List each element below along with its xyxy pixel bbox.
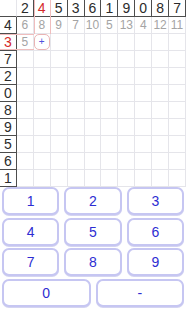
answer-cell[interactable] (34, 51, 51, 68)
answer-cell[interactable] (101, 51, 118, 68)
keypad-button-minus[interactable]: - (96, 279, 185, 307)
col-header-cell: 3 (68, 0, 85, 17)
answer-cell[interactable] (169, 51, 186, 68)
answer-cell[interactable] (51, 136, 68, 153)
keypad-button-3[interactable]: 3 (127, 187, 184, 215)
answer-cell[interactable]: 12 (152, 17, 169, 34)
answer-cell[interactable] (34, 85, 51, 102)
row-header-cell: 9 (0, 119, 17, 136)
col-header-cell: 2 (17, 0, 34, 17)
answer-cell[interactable] (68, 170, 85, 187)
col-header-cell: 0 (135, 0, 152, 17)
answer-cell[interactable] (85, 68, 102, 85)
answer-cell[interactable] (152, 153, 169, 170)
answer-cell[interactable] (118, 136, 135, 153)
row-header-cell: 2 (0, 68, 17, 85)
answer-cell[interactable] (17, 102, 34, 119)
keypad-button-1[interactable]: 1 (2, 187, 59, 215)
answer-cell[interactable] (101, 102, 118, 119)
keypad-button-4[interactable]: 4 (2, 218, 59, 246)
keypad-button-8[interactable]: 8 (64, 248, 121, 276)
keypad-button-2[interactable]: 2 (64, 187, 121, 215)
answer-cell[interactable] (68, 153, 85, 170)
answer-cell[interactable] (85, 170, 102, 187)
answer-cell[interactable] (118, 119, 135, 136)
answer-cell[interactable] (51, 170, 68, 187)
answer-cell[interactable] (101, 85, 118, 102)
answer-cell[interactable] (85, 153, 102, 170)
answer-cell[interactable] (152, 68, 169, 85)
answer-cell[interactable] (135, 34, 152, 51)
row-header-cell: 7 (0, 51, 17, 68)
answer-cell[interactable] (17, 153, 34, 170)
answer-cell[interactable] (85, 34, 102, 51)
answer-cell[interactable] (135, 136, 152, 153)
answer-cell[interactable]: 10 (85, 17, 102, 34)
row-header-cell: 6 (0, 153, 17, 170)
answer-cell[interactable] (34, 102, 51, 119)
answer-cell[interactable] (34, 170, 51, 187)
answer-cell[interactable] (51, 153, 68, 170)
answer-cell[interactable] (101, 170, 118, 187)
keypad-button-0[interactable]: 0 (2, 279, 91, 307)
row-header-cell: 3 (0, 34, 17, 51)
answer-cell[interactable] (169, 136, 186, 153)
number-keypad: 1234567890- (2, 187, 184, 307)
answer-cell[interactable] (169, 102, 186, 119)
answer-cell[interactable] (34, 153, 51, 170)
active-cell[interactable]: + (34, 34, 51, 51)
answer-cell[interactable]: 6 (17, 17, 34, 34)
row-header-cell: 4 (0, 17, 17, 34)
answer-cell[interactable]: 8 (34, 17, 51, 34)
keypad-row: 789 (2, 248, 184, 276)
answer-cell[interactable] (135, 102, 152, 119)
input-cursor-plus-icon: + (39, 37, 45, 47)
col-header-cell: 8 (152, 0, 169, 17)
col-header-cell: 9 (118, 0, 135, 17)
answer-cell[interactable] (17, 85, 34, 102)
answer-cell[interactable] (101, 153, 118, 170)
answer-cell[interactable] (34, 68, 51, 85)
keypad-button-6[interactable]: 6 (127, 218, 184, 246)
answer-cell[interactable] (169, 153, 186, 170)
answer-cell[interactable] (68, 34, 85, 51)
col-header-cell: 5 (51, 0, 68, 17)
answer-cell[interactable] (169, 85, 186, 102)
answer-cell[interactable] (68, 68, 85, 85)
corner-cell (0, 0, 17, 17)
answer-cell[interactable] (169, 170, 186, 187)
answer-cell[interactable] (152, 85, 169, 102)
answer-cell[interactable] (152, 51, 169, 68)
answer-cell[interactable] (135, 170, 152, 187)
answer-cell[interactable] (169, 34, 186, 51)
answer-cell[interactable]: 5 (17, 34, 34, 51)
answer-cell[interactable] (34, 136, 51, 153)
answer-cell[interactable] (135, 119, 152, 136)
answer-cell[interactable]: 9 (51, 17, 68, 34)
answer-cell[interactable] (85, 119, 102, 136)
answer-cell[interactable] (152, 119, 169, 136)
answer-cell[interactable] (135, 68, 152, 85)
keypad-button-7[interactable]: 7 (2, 248, 59, 276)
answer-cell[interactable] (101, 119, 118, 136)
keypad-row: 0- (2, 279, 184, 307)
answer-cell[interactable] (85, 85, 102, 102)
addition-grid: 245361908746897105134121135+72089561 (0, 0, 186, 185)
answer-cell[interactable] (152, 34, 169, 51)
keypad-button-5[interactable]: 5 (64, 218, 121, 246)
answer-cell[interactable] (34, 119, 51, 136)
keypad-button-9[interactable]: 9 (127, 248, 184, 276)
answer-cell[interactable] (85, 51, 102, 68)
answer-cell[interactable] (118, 102, 135, 119)
answer-cell[interactable] (118, 153, 135, 170)
answer-cell[interactable]: 7 (68, 17, 85, 34)
answer-cell[interactable] (101, 68, 118, 85)
answer-cell[interactable] (152, 170, 169, 187)
answer-cell[interactable] (17, 170, 34, 187)
answer-cell[interactable] (152, 136, 169, 153)
answer-cell[interactable] (169, 119, 186, 136)
answer-cell[interactable]: 13 (118, 17, 135, 34)
answer-cell[interactable] (68, 136, 85, 153)
answer-cell[interactable] (68, 119, 85, 136)
row-header-cell: 1 (0, 170, 17, 187)
row-header-cell: 0 (0, 85, 17, 102)
answer-cell[interactable] (118, 51, 135, 68)
keypad-row: 456 (2, 218, 184, 246)
answer-cell[interactable] (68, 51, 85, 68)
answer-cell[interactable]: 4 (135, 17, 152, 34)
answer-cell[interactable] (51, 68, 68, 85)
row-header-cell: 8 (0, 102, 17, 119)
answer-cell[interactable] (51, 51, 68, 68)
answer-cell[interactable] (135, 51, 152, 68)
answer-cell[interactable] (135, 85, 152, 102)
answer-cell[interactable] (51, 34, 68, 51)
answer-cell[interactable]: 5 (101, 17, 118, 34)
answer-cell[interactable] (51, 102, 68, 119)
answer-cell[interactable] (118, 85, 135, 102)
answer-cell[interactable] (85, 136, 102, 153)
answer-cell[interactable] (118, 170, 135, 187)
answer-cell[interactable] (68, 102, 85, 119)
answer-cell[interactable] (118, 34, 135, 51)
answer-cell[interactable] (17, 119, 34, 136)
answer-cell[interactable] (51, 119, 68, 136)
col-header-cell: 4 (34, 0, 51, 17)
col-header-cell: 1 (101, 0, 118, 17)
answer-cell[interactable] (17, 68, 34, 85)
answer-cell[interactable] (169, 68, 186, 85)
answer-cell[interactable] (101, 34, 118, 51)
row-header-cell: 5 (0, 136, 17, 153)
answer-cell[interactable] (51, 85, 68, 102)
answer-cell[interactable] (101, 136, 118, 153)
keypad-row: 123 (2, 187, 184, 215)
answer-cell[interactable] (135, 153, 152, 170)
answer-cell[interactable] (118, 68, 135, 85)
col-header-cell: 6 (85, 0, 102, 17)
answer-cell[interactable] (85, 102, 102, 119)
answer-cell[interactable] (152, 102, 169, 119)
answer-cell[interactable]: 11 (169, 17, 186, 34)
col-header-cell: 7 (169, 0, 186, 17)
answer-cell[interactable] (17, 51, 34, 68)
answer-cell[interactable] (68, 85, 85, 102)
answer-cell[interactable] (17, 136, 34, 153)
